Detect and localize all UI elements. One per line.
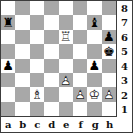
square-c5[interactable] (30, 44, 44, 58)
square-h4[interactable] (102, 59, 116, 73)
square-d2[interactable] (44, 87, 58, 101)
square-c3[interactable] (30, 73, 44, 87)
square-d1[interactable] (44, 102, 58, 116)
square-e3[interactable]: ♟♙ (59, 73, 73, 87)
piece-white-king[interactable]: ♚♔ (87, 87, 101, 101)
corner-spacer (117, 117, 132, 132)
square-f8[interactable] (73, 1, 87, 15)
square-b6[interactable] (15, 30, 29, 44)
rank-label-6: 6 (117, 30, 132, 45)
square-f6[interactable] (73, 30, 87, 44)
piece-outline-layer: ♗ (30, 87, 44, 101)
file-label-d: d (45, 117, 60, 132)
square-a3[interactable] (1, 73, 15, 87)
rank-label-1: 1 (117, 103, 132, 118)
square-b2[interactable] (15, 87, 29, 101)
square-d7[interactable] (44, 15, 58, 29)
square-h7[interactable] (102, 15, 116, 29)
square-c8[interactable] (30, 1, 44, 15)
square-e5[interactable] (59, 44, 73, 58)
square-b3[interactable] (15, 73, 29, 87)
square-c1[interactable] (30, 102, 44, 116)
piece-outline-layer: ♖ (59, 30, 73, 44)
piece-white-pawn[interactable]: ♟♙ (59, 73, 73, 87)
piece-black-bishop[interactable]: ♝ (87, 15, 101, 29)
square-g7[interactable]: ♝ (87, 15, 101, 29)
square-e1[interactable] (59, 102, 73, 116)
square-h5[interactable]: ♚ (102, 44, 116, 58)
square-f7[interactable] (73, 15, 87, 29)
file-label-f: f (74, 117, 89, 132)
piece-white-pawn[interactable]: ♟♙ (102, 87, 116, 101)
piece-solid-layer: ♚ (102, 44, 116, 58)
square-f4[interactable] (73, 59, 87, 73)
piece-white-bishop[interactable]: ♝♗ (30, 87, 44, 101)
square-d4[interactable] (44, 59, 58, 73)
rank-label-3: 3 (117, 74, 132, 89)
piece-outline-layer: ♙ (59, 73, 73, 87)
square-g3[interactable] (87, 73, 101, 87)
file-label-e: e (59, 117, 74, 132)
square-b4[interactable] (15, 59, 29, 73)
square-e7[interactable] (59, 15, 73, 29)
piece-white-pawn[interactable]: ♟♙ (73, 87, 87, 101)
square-e2[interactable] (59, 87, 73, 101)
square-a7[interactable]: ♜ (1, 15, 15, 29)
square-b1[interactable] (15, 102, 29, 116)
square-f2[interactable]: ♟♙ (73, 87, 87, 101)
square-h6[interactable]: ♟ (102, 30, 116, 44)
square-a8[interactable] (1, 1, 15, 15)
rank-label-7: 7 (117, 16, 132, 31)
square-f1[interactable] (73, 102, 87, 116)
piece-black-pawn[interactable]: ♟ (87, 59, 101, 73)
piece-outline-layer: ♙ (102, 87, 116, 101)
square-f3[interactable] (73, 73, 87, 87)
file-label-g: g (88, 117, 103, 132)
piece-black-pawn[interactable]: ♟ (1, 59, 15, 73)
square-a2[interactable] (1, 87, 15, 101)
rank-label-5: 5 (117, 45, 132, 60)
square-d3[interactable] (44, 73, 58, 87)
square-c6[interactable] (30, 30, 44, 44)
piece-outline-layer: ♔ (87, 87, 101, 101)
square-f5[interactable] (73, 44, 87, 58)
square-b8[interactable] (15, 1, 29, 15)
square-a6[interactable] (1, 30, 15, 44)
square-e4[interactable] (59, 59, 73, 73)
square-d6[interactable] (44, 30, 58, 44)
square-b5[interactable] (15, 44, 29, 58)
square-a5[interactable] (1, 44, 15, 58)
square-e6[interactable]: ♜♖ (59, 30, 73, 44)
file-label-a: a (1, 117, 16, 132)
piece-white-rook[interactable]: ♜♖ (59, 30, 73, 44)
square-g5[interactable] (87, 44, 101, 58)
rank-label-8: 8 (117, 1, 132, 16)
chess-diagram: ♜♝♜♖♟♚♟♟♟♙♝♗♟♙♚♔♟♙ 87654321 abcdefgh (0, 0, 133, 133)
piece-black-rook[interactable]: ♜ (1, 15, 15, 29)
square-h1[interactable] (102, 102, 116, 116)
square-d5[interactable] (44, 44, 58, 58)
piece-outline-layer: ♙ (73, 87, 87, 101)
square-a1[interactable] (1, 102, 15, 116)
square-g6[interactable] (87, 30, 101, 44)
piece-black-pawn[interactable]: ♟ (102, 30, 116, 44)
chess-board: ♜♝♜♖♟♚♟♟♟♙♝♗♟♙♚♔♟♙ (1, 1, 117, 117)
square-h8[interactable] (102, 1, 116, 15)
file-label-c: c (30, 117, 45, 132)
square-g2[interactable]: ♚♔ (87, 87, 101, 101)
piece-solid-layer: ♜ (1, 15, 15, 29)
square-e8[interactable] (59, 1, 73, 15)
piece-solid-layer: ♝ (87, 15, 101, 29)
square-b7[interactable] (15, 15, 29, 29)
square-d8[interactable] (44, 1, 58, 15)
square-a4[interactable]: ♟ (1, 59, 15, 73)
square-c2[interactable]: ♝♗ (30, 87, 44, 101)
square-h2[interactable]: ♟♙ (102, 87, 116, 101)
rank-label-4: 4 (117, 59, 132, 74)
square-g8[interactable] (87, 1, 101, 15)
piece-black-king[interactable]: ♚ (102, 44, 116, 58)
file-labels: abcdefgh (1, 117, 117, 132)
square-g4[interactable]: ♟ (87, 59, 101, 73)
rank-label-2: 2 (117, 88, 132, 103)
square-h3[interactable] (102, 73, 116, 87)
square-c7[interactable] (30, 15, 44, 29)
piece-solid-layer: ♟ (102, 30, 116, 44)
piece-solid-layer: ♟ (87, 59, 101, 73)
square-c4[interactable] (30, 59, 44, 73)
file-label-b: b (16, 117, 31, 132)
file-label-h: h (103, 117, 118, 132)
piece-solid-layer: ♟ (1, 59, 15, 73)
square-g1[interactable] (87, 102, 101, 116)
rank-labels: 87654321 (117, 1, 132, 117)
